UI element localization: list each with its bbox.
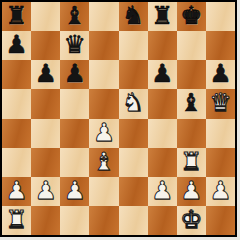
square-a2[interactable]: ♟ [2,177,31,206]
square-g6[interactable] [177,60,206,89]
square-g4[interactable] [177,119,206,148]
square-d5[interactable] [89,89,118,118]
square-h8[interactable] [206,2,235,31]
square-h5[interactable]: ♛ [206,89,235,118]
square-e1[interactable] [119,206,148,235]
chess-board: ♜♝♞♜♚♟♛♟♟♟♟♞♝♛♟♝♜♟♟♟♟♟♟♜♚ [0,0,237,237]
square-c7[interactable]: ♛ [60,31,89,60]
square-e4[interactable] [119,119,148,148]
square-g7[interactable] [177,31,206,60]
square-d3[interactable]: ♝ [89,148,118,177]
square-f5[interactable] [148,89,177,118]
square-f2[interactable]: ♟ [148,177,177,206]
white-queen-piece: ♛ [209,89,231,117]
white-rook-piece: ♜ [5,206,27,234]
square-b7[interactable] [31,31,60,60]
square-e3[interactable] [119,148,148,177]
square-h2[interactable]: ♟ [206,177,235,206]
black-knight-piece: ♞ [122,2,144,30]
black-pawn-piece: ♟ [5,31,27,59]
black-king-piece: ♚ [180,2,202,30]
square-b2[interactable]: ♟ [31,177,60,206]
white-knight-piece: ♞ [122,89,144,117]
square-d4[interactable]: ♟ [89,119,118,148]
square-h4[interactable] [206,119,235,148]
square-d1[interactable] [89,206,118,235]
square-b6[interactable]: ♟ [31,60,60,89]
square-a4[interactable] [2,119,31,148]
square-b4[interactable] [31,119,60,148]
square-f8[interactable]: ♜ [148,2,177,31]
square-b1[interactable] [31,206,60,235]
square-a7[interactable]: ♟ [2,31,31,60]
square-d2[interactable] [89,177,118,206]
black-rook-piece: ♜ [151,2,173,30]
black-pawn-piece: ♟ [209,60,231,88]
black-bishop-piece: ♝ [64,2,86,30]
white-pawn-piece: ♟ [151,177,173,205]
white-pawn-piece: ♟ [209,177,231,205]
white-pawn-piece: ♟ [93,119,115,147]
square-c1[interactable] [60,206,89,235]
black-pawn-piece: ♟ [34,60,56,88]
black-queen-piece: ♛ [64,31,86,59]
square-c6[interactable]: ♟ [60,60,89,89]
square-b8[interactable] [31,2,60,31]
white-rook-piece: ♜ [180,148,202,176]
square-f3[interactable] [148,148,177,177]
white-pawn-piece: ♟ [5,177,27,205]
square-c5[interactable] [60,89,89,118]
square-b3[interactable] [31,148,60,177]
square-a5[interactable] [2,89,31,118]
square-h3[interactable] [206,148,235,177]
black-rook-piece: ♜ [5,2,27,30]
square-c3[interactable] [60,148,89,177]
square-c8[interactable]: ♝ [60,2,89,31]
square-a8[interactable]: ♜ [2,2,31,31]
square-h6[interactable]: ♟ [206,60,235,89]
square-g8[interactable]: ♚ [177,2,206,31]
square-a3[interactable] [2,148,31,177]
black-bishop-piece: ♝ [180,89,202,117]
black-pawn-piece: ♟ [151,60,173,88]
square-f6[interactable]: ♟ [148,60,177,89]
square-c2[interactable]: ♟ [60,177,89,206]
square-g3[interactable]: ♜ [177,148,206,177]
square-e6[interactable] [119,60,148,89]
square-c4[interactable] [60,119,89,148]
black-pawn-piece: ♟ [64,60,86,88]
white-bishop-piece: ♝ [93,148,115,176]
chess-board-frame: ♜♝♞♜♚♟♛♟♟♟♟♞♝♛♟♝♜♟♟♟♟♟♟♜♚ [0,0,240,240]
square-g1[interactable]: ♚ [177,206,206,235]
square-a1[interactable]: ♜ [2,206,31,235]
square-h1[interactable] [206,206,235,235]
square-f1[interactable] [148,206,177,235]
square-a6[interactable] [2,60,31,89]
square-h7[interactable] [206,31,235,60]
white-pawn-piece: ♟ [34,177,56,205]
square-b5[interactable] [31,89,60,118]
square-d7[interactable] [89,31,118,60]
square-e8[interactable]: ♞ [119,2,148,31]
white-king-piece: ♚ [180,206,202,234]
white-pawn-piece: ♟ [64,177,86,205]
square-f7[interactable] [148,31,177,60]
square-g5[interactable]: ♝ [177,89,206,118]
square-d6[interactable] [89,60,118,89]
square-d8[interactable] [89,2,118,31]
white-pawn-piece: ♟ [180,177,202,205]
square-e7[interactable] [119,31,148,60]
square-f4[interactable] [148,119,177,148]
square-e5[interactable]: ♞ [119,89,148,118]
square-e2[interactable] [119,177,148,206]
square-g2[interactable]: ♟ [177,177,206,206]
